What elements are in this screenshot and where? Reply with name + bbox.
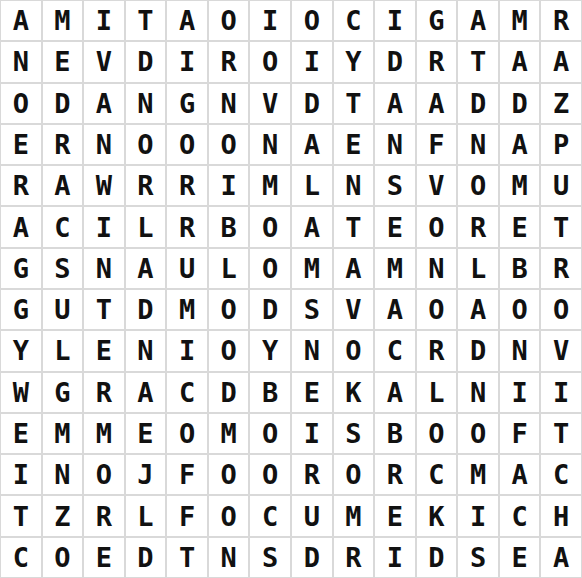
grid-cell[interactable]: D — [374, 41, 416, 82]
grid-cell[interactable]: A — [499, 124, 541, 165]
grid-cell[interactable]: N — [208, 83, 250, 124]
grid-cell[interactable]: A — [42, 165, 84, 206]
grid-cell[interactable]: C — [0, 537, 42, 578]
grid-cell[interactable]: M — [374, 248, 416, 289]
grid-cell[interactable]: S — [249, 537, 291, 578]
grid-cell[interactable]: L — [125, 206, 167, 247]
grid-cell[interactable]: E — [83, 330, 125, 371]
grid-cell[interactable]: G — [416, 0, 458, 41]
grid-cell[interactable]: M — [457, 454, 499, 495]
grid-cell[interactable]: D — [291, 83, 333, 124]
grid-cell[interactable]: A — [0, 0, 42, 41]
grid-cell[interactable]: V — [249, 83, 291, 124]
grid-cell[interactable]: A — [499, 454, 541, 495]
grid-cell[interactable]: R — [166, 206, 208, 247]
grid-cell[interactable]: A — [374, 289, 416, 330]
grid-cell[interactable]: N — [333, 165, 375, 206]
grid-cell[interactable]: L — [42, 330, 84, 371]
grid-cell[interactable]: R — [374, 454, 416, 495]
grid-cell[interactable]: M — [208, 413, 250, 454]
grid-cell[interactable]: A — [0, 206, 42, 247]
grid-cell[interactable]: K — [416, 495, 458, 536]
grid-cell[interactable]: G — [0, 248, 42, 289]
grid-cell[interactable]: O — [333, 454, 375, 495]
grid-cell[interactable]: O — [416, 206, 458, 247]
grid-cell[interactable]: M — [42, 0, 84, 41]
grid-cell[interactable]: Z — [42, 495, 84, 536]
grid-cell[interactable]: W — [83, 165, 125, 206]
grid-cell[interactable]: R — [540, 248, 582, 289]
grid-cell[interactable]: Z — [540, 83, 582, 124]
grid-cell[interactable]: O — [416, 289, 458, 330]
grid-cell[interactable]: J — [125, 454, 167, 495]
grid-cell[interactable]: U — [42, 289, 84, 330]
grid-cell[interactable]: O — [249, 248, 291, 289]
grid-cell[interactable]: I — [457, 495, 499, 536]
grid-cell[interactable]: G — [42, 372, 84, 413]
grid-cell[interactable]: V — [333, 289, 375, 330]
grid-cell[interactable]: A — [333, 248, 375, 289]
grid-cell[interactable]: E — [374, 495, 416, 536]
grid-cell[interactable]: E — [374, 206, 416, 247]
grid-cell[interactable]: O — [416, 413, 458, 454]
grid-cell[interactable]: N — [125, 330, 167, 371]
grid-cell[interactable]: O — [42, 537, 84, 578]
grid-cell[interactable]: C — [166, 372, 208, 413]
grid-cell[interactable]: M — [83, 413, 125, 454]
grid-cell[interactable]: A — [291, 124, 333, 165]
grid-cell[interactable]: O — [540, 289, 582, 330]
grid-cell[interactable]: E — [42, 41, 84, 82]
grid-cell[interactable]: N — [416, 248, 458, 289]
grid-cell[interactable]: O — [208, 454, 250, 495]
grid-cell[interactable]: A — [540, 537, 582, 578]
grid-cell[interactable]: R — [540, 0, 582, 41]
grid-cell[interactable]: O — [249, 206, 291, 247]
grid-cell[interactable]: T — [125, 0, 167, 41]
grid-cell[interactable]: M — [249, 165, 291, 206]
grid-cell[interactable]: O — [208, 124, 250, 165]
grid-cell[interactable]: T — [540, 206, 582, 247]
grid-cell[interactable]: Y — [249, 330, 291, 371]
grid-cell[interactable]: O — [208, 0, 250, 41]
grid-cell[interactable]: A — [83, 83, 125, 124]
grid-cell[interactable]: B — [374, 413, 416, 454]
grid-cell[interactable]: I — [499, 372, 541, 413]
grid-cell[interactable]: L — [125, 495, 167, 536]
grid-cell[interactable]: I — [540, 372, 582, 413]
grid-cell[interactable]: F — [166, 495, 208, 536]
grid-cell[interactable]: O — [291, 0, 333, 41]
grid-cell[interactable]: O — [166, 413, 208, 454]
grid-cell[interactable]: L — [291, 165, 333, 206]
grid-cell[interactable]: D — [457, 330, 499, 371]
grid-cell[interactable]: N — [291, 330, 333, 371]
grid-cell[interactable]: N — [457, 372, 499, 413]
grid-cell[interactable]: V — [540, 330, 582, 371]
grid-cell[interactable]: A — [166, 0, 208, 41]
grid-cell[interactable]: C — [540, 454, 582, 495]
grid-cell[interactable]: I — [291, 413, 333, 454]
grid-cell[interactable]: N — [125, 83, 167, 124]
grid-cell[interactable]: A — [125, 372, 167, 413]
grid-cell[interactable]: D — [499, 83, 541, 124]
grid-cell[interactable]: R — [208, 41, 250, 82]
grid-cell[interactable]: V — [83, 41, 125, 82]
grid-cell[interactable]: L — [457, 248, 499, 289]
grid-cell[interactable]: T — [333, 83, 375, 124]
grid-cell[interactable]: G — [0, 289, 42, 330]
grid-cell[interactable]: R — [42, 124, 84, 165]
grid-cell[interactable]: O — [83, 454, 125, 495]
grid-cell[interactable]: C — [333, 0, 375, 41]
grid-cell[interactable]: T — [540, 413, 582, 454]
grid-cell[interactable]: G — [166, 83, 208, 124]
grid-cell[interactable]: E — [291, 372, 333, 413]
grid-cell[interactable]: F — [166, 454, 208, 495]
grid-cell[interactable]: O — [166, 124, 208, 165]
grid-cell[interactable]: A — [416, 83, 458, 124]
grid-cell[interactable]: M — [291, 248, 333, 289]
grid-cell[interactable]: C — [416, 454, 458, 495]
grid-cell[interactable]: E — [125, 413, 167, 454]
grid-cell[interactable]: N — [249, 124, 291, 165]
grid-cell[interactable]: I — [291, 41, 333, 82]
grid-cell[interactable]: O — [208, 495, 250, 536]
grid-cell[interactable]: A — [540, 41, 582, 82]
grid-cell[interactable]: C — [249, 495, 291, 536]
grid-cell[interactable]: T — [333, 206, 375, 247]
grid-cell[interactable]: O — [0, 83, 42, 124]
grid-cell[interactable]: N — [0, 41, 42, 82]
grid-cell[interactable]: O — [249, 454, 291, 495]
grid-cell[interactable]: R — [333, 537, 375, 578]
grid-cell[interactable]: E — [499, 206, 541, 247]
grid-cell[interactable]: M — [333, 495, 375, 536]
grid-cell[interactable]: A — [374, 83, 416, 124]
grid-cell[interactable]: T — [166, 537, 208, 578]
grid-cell[interactable]: D — [208, 372, 250, 413]
grid-cell[interactable]: O — [333, 330, 375, 371]
grid-cell[interactable]: D — [457, 83, 499, 124]
grid-cell[interactable]: V — [416, 165, 458, 206]
grid-cell[interactable]: H — [540, 495, 582, 536]
grid-cell[interactable]: S — [291, 289, 333, 330]
grid-cell[interactable]: L — [416, 372, 458, 413]
grid-cell[interactable]: D — [416, 537, 458, 578]
grid-cell[interactable]: N — [374, 124, 416, 165]
grid-cell[interactable]: I — [208, 165, 250, 206]
grid-cell[interactable]: O — [208, 330, 250, 371]
grid-cell[interactable]: N — [499, 330, 541, 371]
grid-cell[interactable]: D — [125, 41, 167, 82]
grid-cell[interactable]: A — [457, 0, 499, 41]
grid-cell[interactable]: E — [333, 124, 375, 165]
grid-cell[interactable]: A — [499, 41, 541, 82]
grid-cell[interactable]: D — [125, 289, 167, 330]
grid-cell[interactable]: R — [0, 165, 42, 206]
grid-cell[interactable]: R — [291, 454, 333, 495]
grid-cell[interactable]: N — [83, 124, 125, 165]
grid-cell[interactable]: Y — [333, 41, 375, 82]
grid-cell[interactable]: R — [457, 206, 499, 247]
grid-cell[interactable]: P — [540, 124, 582, 165]
grid-cell[interactable]: F — [499, 413, 541, 454]
grid-cell[interactable]: M — [42, 413, 84, 454]
grid-cell[interactable]: I — [374, 0, 416, 41]
grid-cell[interactable]: B — [499, 248, 541, 289]
grid-cell[interactable]: I — [83, 206, 125, 247]
grid-cell[interactable]: S — [457, 537, 499, 578]
grid-cell[interactable]: A — [291, 206, 333, 247]
grid-cell[interactable]: D — [249, 289, 291, 330]
grid-cell[interactable]: B — [208, 206, 250, 247]
grid-cell[interactable]: T — [83, 289, 125, 330]
grid-cell[interactable]: S — [42, 248, 84, 289]
grid-cell[interactable]: T — [457, 41, 499, 82]
grid-cell[interactable]: O — [249, 41, 291, 82]
grid-cell[interactable]: C — [42, 206, 84, 247]
grid-cell[interactable]: A — [457, 289, 499, 330]
grid-cell[interactable]: K — [333, 372, 375, 413]
grid-cell[interactable]: D — [125, 537, 167, 578]
grid-cell[interactable]: N — [208, 537, 250, 578]
grid-cell[interactable]: E — [0, 124, 42, 165]
grid-cell[interactable]: C — [374, 330, 416, 371]
grid-cell[interactable]: D — [42, 83, 84, 124]
grid-cell[interactable]: S — [374, 165, 416, 206]
word-search-grid: AMITAOIOCIGAMRNEVDIROIYDRTAAODANGNVDTAAD… — [0, 0, 582, 578]
grid-cell[interactable]: N — [457, 124, 499, 165]
grid-cell[interactable]: R — [416, 330, 458, 371]
grid-cell[interactable]: N — [42, 454, 84, 495]
grid-cell[interactable]: E — [499, 537, 541, 578]
grid-cell[interactable]: N — [83, 248, 125, 289]
grid-cell[interactable]: O — [208, 289, 250, 330]
grid-cell[interactable]: R — [83, 372, 125, 413]
grid-cell[interactable]: R — [166, 165, 208, 206]
grid-cell[interactable]: M — [499, 165, 541, 206]
grid-cell[interactable]: O — [457, 413, 499, 454]
grid-cell[interactable]: I — [166, 41, 208, 82]
grid-cell[interactable]: E — [0, 413, 42, 454]
grid-cell[interactable]: M — [499, 0, 541, 41]
grid-cell[interactable]: O — [249, 413, 291, 454]
grid-cell[interactable]: T — [0, 495, 42, 536]
grid-cell[interactable]: D — [291, 537, 333, 578]
grid-cell[interactable]: R — [83, 495, 125, 536]
grid-cell[interactable]: I — [374, 537, 416, 578]
grid-cell[interactable]: O — [125, 124, 167, 165]
grid-cell[interactable]: I — [166, 330, 208, 371]
grid-cell[interactable]: A — [125, 248, 167, 289]
grid-cell[interactable]: U — [540, 165, 582, 206]
grid-cell[interactable]: I — [83, 0, 125, 41]
grid-cell[interactable]: I — [249, 0, 291, 41]
grid-cell[interactable]: U — [166, 248, 208, 289]
grid-cell[interactable]: O — [499, 289, 541, 330]
grid-cell[interactable]: R — [125, 165, 167, 206]
grid-cell[interactable]: I — [0, 454, 42, 495]
grid-cell[interactable]: O — [457, 165, 499, 206]
grid-cell[interactable]: S — [333, 413, 375, 454]
grid-cell[interactable]: U — [291, 495, 333, 536]
grid-cell[interactable]: R — [416, 41, 458, 82]
grid-cell[interactable]: Y — [0, 330, 42, 371]
grid-cell[interactable]: M — [166, 289, 208, 330]
grid-cell[interactable]: B — [249, 372, 291, 413]
grid-cell[interactable]: E — [83, 537, 125, 578]
grid-cell[interactable]: W — [0, 372, 42, 413]
grid-cell[interactable]: L — [208, 248, 250, 289]
grid-cell[interactable]: F — [416, 124, 458, 165]
grid-cell[interactable]: A — [374, 372, 416, 413]
grid-cell[interactable]: C — [499, 495, 541, 536]
